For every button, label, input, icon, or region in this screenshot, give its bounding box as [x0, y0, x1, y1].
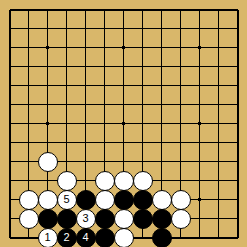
black-stone [57, 209, 77, 229]
move-number-label: 4 [82, 232, 88, 243]
black-stone [95, 228, 115, 247]
white-stone [114, 228, 134, 247]
white-stone [114, 171, 134, 191]
go-board[interactable]: 53124 [0, 0, 247, 247]
white-stone [38, 152, 58, 172]
black-stone [133, 190, 153, 210]
white-stone [171, 190, 191, 210]
black-stone: 2 [57, 228, 77, 247]
white-stone [57, 171, 77, 191]
black-stone [133, 209, 153, 229]
white-stone [152, 190, 172, 210]
black-stone [95, 209, 115, 229]
black-stone [152, 209, 172, 229]
white-stone [114, 209, 134, 229]
move-number-label: 5 [63, 194, 69, 205]
black-stone [152, 228, 172, 247]
move-number-label: 2 [63, 232, 69, 243]
move-number-label: 1 [44, 232, 50, 243]
white-stone [38, 190, 58, 210]
white-stone [171, 209, 191, 229]
white-stone [95, 190, 115, 210]
white-stone [95, 171, 115, 191]
white-stone: 3 [76, 209, 96, 229]
white-stone [19, 209, 39, 229]
black-stone [114, 190, 134, 210]
black-stone: 4 [76, 228, 96, 247]
stone-grid: 53124 [0, 0, 247, 247]
white-stone [133, 171, 153, 191]
move-number-label: 3 [82, 213, 88, 224]
white-stone [19, 190, 39, 210]
white-stone: 1 [38, 228, 58, 247]
white-stone: 5 [57, 190, 77, 210]
black-stone [76, 190, 96, 210]
black-stone [38, 209, 58, 229]
